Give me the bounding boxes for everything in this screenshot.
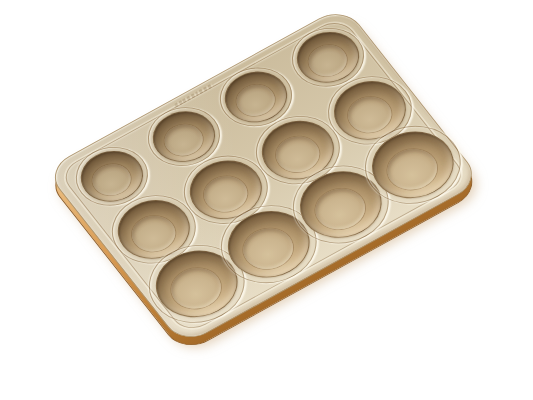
cup-bottom <box>86 159 137 201</box>
cup-grid <box>45 6 343 170</box>
photo-canvas <box>0 0 533 400</box>
cup-bottom <box>302 40 353 82</box>
cup-bottom <box>230 79 281 121</box>
pan-top-surface <box>44 5 483 346</box>
cup-bottom <box>235 221 303 277</box>
cup-bottom <box>307 181 375 237</box>
cup-bottom <box>379 141 447 197</box>
cup-bottom <box>162 260 230 316</box>
cup-bottom <box>158 119 209 161</box>
